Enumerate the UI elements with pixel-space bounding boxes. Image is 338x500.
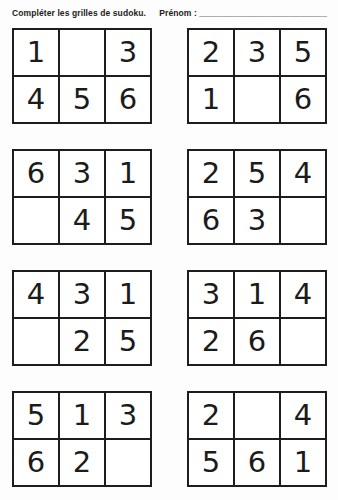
given-cell: 1: [106, 272, 150, 317]
sudoku-grid-8: 24561: [187, 391, 327, 487]
given-cell: 5: [106, 198, 150, 243]
given-cell: 5: [14, 393, 58, 438]
empty-cell[interactable]: [14, 198, 58, 243]
given-cell: 4: [281, 272, 325, 317]
given-cell: 1: [14, 30, 58, 75]
given-cell: 3: [106, 393, 150, 438]
given-cell: 1: [189, 77, 233, 122]
given-cell: 1: [60, 393, 104, 438]
given-cell: 6: [106, 77, 150, 122]
given-cell: 3: [235, 198, 279, 243]
given-cell: 2: [60, 440, 104, 485]
sudoku-grid-3: 63145: [12, 149, 152, 245]
sudoku-grid-2: 23516: [187, 28, 327, 124]
empty-cell[interactable]: [60, 30, 104, 75]
given-cell: 4: [281, 393, 325, 438]
empty-cell[interactable]: [281, 319, 325, 364]
given-cell: 6: [235, 440, 279, 485]
given-cell: 5: [60, 77, 104, 122]
name-label: Prénom :: [159, 8, 197, 18]
given-cell: 4: [14, 77, 58, 122]
given-cell: 5: [235, 151, 279, 196]
given-cell: 1: [106, 151, 150, 196]
given-cell: 6: [189, 198, 233, 243]
given-cell: 2: [189, 319, 233, 364]
given-cell: 4: [281, 151, 325, 196]
grids-sheet: 13456 23516 63145 25463 43125 31426 5136…: [12, 28, 327, 487]
empty-cell[interactable]: [106, 440, 150, 485]
given-cell: 1: [281, 440, 325, 485]
given-cell: 6: [235, 319, 279, 364]
given-cell: 4: [14, 272, 58, 317]
empty-cell[interactable]: [14, 319, 58, 364]
sudoku-grid-4: 25463: [187, 149, 327, 245]
given-cell: 5: [189, 440, 233, 485]
given-cell: 3: [235, 30, 279, 75]
given-cell: 6: [14, 151, 58, 196]
empty-cell[interactable]: [281, 198, 325, 243]
given-cell: 4: [60, 198, 104, 243]
worksheet-header: Compléter les grilles de sudoku. Prénom …: [12, 8, 327, 26]
given-cell: 5: [281, 30, 325, 75]
given-cell: 3: [60, 272, 104, 317]
worksheet-page: Compléter les grilles de sudoku. Prénom …: [0, 0, 338, 500]
given-cell: 3: [60, 151, 104, 196]
given-cell: 2: [189, 393, 233, 438]
given-cell: 1: [235, 272, 279, 317]
sudoku-grid-6: 31426: [187, 270, 327, 366]
instruction-text: Compléter les grilles de sudoku.: [12, 8, 159, 18]
given-cell: 5: [106, 319, 150, 364]
sudoku-grid-1: 13456: [12, 28, 152, 124]
name-write-line[interactable]: ___________________________: [199, 8, 327, 18]
given-cell: 6: [281, 77, 325, 122]
empty-cell[interactable]: [235, 393, 279, 438]
sudoku-grid-5: 43125: [12, 270, 152, 366]
given-cell: 2: [60, 319, 104, 364]
given-cell: 2: [189, 30, 233, 75]
given-cell: 3: [189, 272, 233, 317]
empty-cell[interactable]: [235, 77, 279, 122]
given-cell: 3: [106, 30, 150, 75]
sudoku-grid-7: 51362: [12, 391, 152, 487]
given-cell: 6: [14, 440, 58, 485]
name-field: Prénom : ___________________________: [159, 8, 327, 18]
given-cell: 2: [189, 151, 233, 196]
